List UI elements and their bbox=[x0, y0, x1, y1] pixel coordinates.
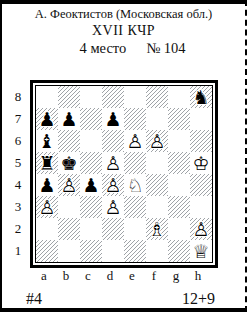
square-e7 bbox=[124, 108, 146, 130]
piece-wP-h2: ♙ bbox=[192, 218, 209, 240]
piece-bB-a6: ♝ bbox=[38, 130, 55, 152]
square-a7: ♟ bbox=[36, 108, 58, 130]
chessboard-area: 87654321 ♞♟♟♟♝♙♙♜♚♙♔♟♙♟♙♘♙♙♗♙♕ bbox=[10, 80, 245, 268]
square-d6 bbox=[102, 130, 124, 152]
square-b7: ♟ bbox=[58, 108, 80, 130]
file-label-d: d bbox=[99, 269, 121, 283]
result-line: 4 место № 104 bbox=[11, 39, 247, 57]
piece-bK-b5: ♚ bbox=[60, 152, 77, 174]
piece-wQ-h1: ♕ bbox=[192, 240, 209, 262]
square-e8 bbox=[124, 86, 146, 108]
rank-label-2: 2 bbox=[10, 218, 26, 240]
square-g4 bbox=[168, 174, 190, 196]
rank-labels: 87654321 bbox=[10, 86, 26, 268]
footer: #4 12+9 bbox=[26, 290, 215, 308]
piece-bP-a4: ♟ bbox=[38, 174, 55, 196]
square-c3 bbox=[80, 196, 102, 218]
piece-wP-f6: ♙ bbox=[148, 130, 165, 152]
piece-wP-b4: ♙ bbox=[60, 174, 77, 196]
rank-label-1: 1 bbox=[10, 240, 26, 262]
piece-wP-a3: ♙ bbox=[38, 196, 55, 218]
piece-wP-d5: ♙ bbox=[104, 152, 121, 174]
place-text: 4 место bbox=[80, 39, 127, 57]
piece-wP-d3: ♙ bbox=[104, 196, 121, 218]
square-a3: ♙ bbox=[36, 196, 58, 218]
square-c4: ♟ bbox=[80, 174, 102, 196]
square-f2: ♗ bbox=[146, 218, 168, 240]
piece-bP-d7: ♟ bbox=[104, 108, 121, 130]
square-d8 bbox=[102, 86, 124, 108]
rank-label-5: 5 bbox=[10, 152, 26, 174]
square-h4 bbox=[190, 174, 212, 196]
square-h3 bbox=[190, 196, 212, 218]
square-g7 bbox=[168, 108, 190, 130]
square-d5: ♙ bbox=[102, 152, 124, 174]
square-h1: ♕ bbox=[190, 240, 212, 262]
square-a4: ♟ bbox=[36, 174, 58, 196]
piece-wP-d4: ♙ bbox=[104, 174, 121, 196]
file-label-b: b bbox=[55, 269, 77, 283]
square-e4: ♘ bbox=[124, 174, 146, 196]
square-a8 bbox=[36, 86, 58, 108]
piece-bN-h8: ♞ bbox=[192, 86, 209, 108]
square-b8 bbox=[58, 86, 80, 108]
square-h8: ♞ bbox=[190, 86, 212, 108]
square-c1 bbox=[80, 240, 102, 262]
square-h6 bbox=[190, 130, 212, 152]
square-g8 bbox=[168, 86, 190, 108]
square-b6 bbox=[58, 130, 80, 152]
square-b5: ♚ bbox=[58, 152, 80, 174]
square-c8 bbox=[80, 86, 102, 108]
square-b2 bbox=[58, 218, 80, 240]
rank-label-7: 7 bbox=[10, 108, 26, 130]
square-d1 bbox=[102, 240, 124, 262]
square-h5: ♔ bbox=[190, 152, 212, 174]
square-g5 bbox=[168, 152, 190, 174]
square-g1 bbox=[168, 240, 190, 262]
file-label-f: f bbox=[143, 269, 165, 283]
file-label-c: c bbox=[77, 269, 99, 283]
square-c2 bbox=[80, 218, 102, 240]
square-f5 bbox=[146, 152, 168, 174]
square-c6 bbox=[80, 130, 102, 152]
square-f4 bbox=[146, 174, 168, 196]
square-e3 bbox=[124, 196, 146, 218]
square-a6: ♝ bbox=[36, 130, 58, 152]
author-line: А. Феоктистов (Московская обл.) bbox=[2, 7, 245, 22]
square-e1 bbox=[124, 240, 146, 262]
stipulation-text: #4 bbox=[26, 290, 42, 308]
square-g6 bbox=[168, 130, 190, 152]
square-a5: ♜ bbox=[36, 152, 58, 174]
piece-bP-b7: ♟ bbox=[60, 108, 77, 130]
square-e5 bbox=[124, 152, 146, 174]
board-grid: ♞♟♟♟♝♙♙♜♚♙♔♟♙♟♙♘♙♙♗♙♕ bbox=[36, 86, 212, 262]
problem-card: А. Феоктистов (Московская обл.) XVII КЧР… bbox=[0, 0, 247, 312]
square-d3: ♙ bbox=[102, 196, 124, 218]
square-f3 bbox=[146, 196, 168, 218]
piece-bR-a5: ♜ bbox=[38, 152, 55, 174]
piece-wP-e6: ♙ bbox=[126, 130, 143, 152]
piece-wN-e4: ♘ bbox=[126, 174, 143, 196]
number-text: № 104 bbox=[146, 39, 185, 57]
square-b3 bbox=[58, 196, 80, 218]
header: А. Феоктистов (Московская обл.) XVII КЧР… bbox=[2, 7, 245, 57]
rank-label-4: 4 bbox=[10, 174, 26, 196]
square-d7: ♟ bbox=[102, 108, 124, 130]
chessboard: ♞♟♟♟♝♙♙♜♚♙♔♟♙♟♙♘♙♙♗♙♕ bbox=[30, 80, 218, 268]
piece-bP-c4: ♟ bbox=[82, 174, 99, 196]
square-h7 bbox=[190, 108, 212, 130]
square-c7 bbox=[80, 108, 102, 130]
square-f7 bbox=[146, 108, 168, 130]
rank-label-6: 6 bbox=[10, 130, 26, 152]
square-h2: ♙ bbox=[190, 218, 212, 240]
file-label-e: e bbox=[121, 269, 143, 283]
file-label-g: g bbox=[165, 269, 187, 283]
piece-wB-f2: ♗ bbox=[148, 218, 165, 240]
rank-label-3: 3 bbox=[10, 196, 26, 218]
square-c5 bbox=[80, 152, 102, 174]
square-d4: ♙ bbox=[102, 174, 124, 196]
square-b4: ♙ bbox=[58, 174, 80, 196]
file-label-a: a bbox=[33, 269, 55, 283]
piece-bP-a7: ♟ bbox=[38, 108, 55, 130]
file-labels: abcdefgh bbox=[33, 269, 245, 283]
square-e6: ♙ bbox=[124, 130, 146, 152]
square-e2 bbox=[124, 218, 146, 240]
square-d2 bbox=[102, 218, 124, 240]
material-count-text: 12+9 bbox=[182, 290, 215, 308]
rank-label-8: 8 bbox=[10, 86, 26, 108]
square-f1 bbox=[146, 240, 168, 262]
square-g3 bbox=[168, 196, 190, 218]
file-label-h: h bbox=[187, 269, 209, 283]
piece-wK-h5: ♔ bbox=[192, 152, 209, 174]
square-a1 bbox=[36, 240, 58, 262]
square-f8 bbox=[146, 86, 168, 108]
square-b1 bbox=[58, 240, 80, 262]
tournament-line: XVII КЧР bbox=[2, 22, 245, 39]
square-a2 bbox=[36, 218, 58, 240]
square-f6: ♙ bbox=[146, 130, 168, 152]
square-g2 bbox=[168, 218, 190, 240]
